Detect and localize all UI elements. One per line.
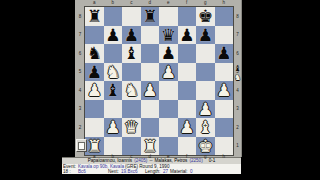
square-c4[interactable]: ♞ — [122, 81, 141, 100]
square-h6[interactable]: ♟ — [215, 44, 234, 63]
square-h2[interactable] — [215, 118, 234, 137]
file-label-e: e — [159, 154, 178, 160]
square-d6[interactable] — [141, 44, 160, 63]
white-queen: ♛ — [124, 118, 139, 137]
square-h5[interactable] — [215, 63, 234, 82]
length-value: 27 — [163, 169, 168, 174]
square-d3[interactable] — [141, 100, 160, 119]
file-label-d: d — [141, 0, 160, 7]
file-label-f: f — [178, 0, 197, 7]
file-label-b: b — [104, 0, 123, 7]
black-pawn: ♟ — [124, 26, 139, 45]
rank-label-6: 6 — [76, 44, 84, 63]
next-label: Next: — [108, 169, 119, 174]
file-label-g: g — [196, 154, 215, 160]
rank-label-8: 8 — [234, 7, 241, 26]
square-e7[interactable]: ♛ — [159, 26, 178, 45]
chess-board: ♜♜♚♟♟♛♟♟♞♝♟♟♟♞♟♟♝♞♟♟♟♟♛♟♝♜♜♚ — [85, 7, 233, 155]
rank-label-7: 7 — [234, 26, 241, 45]
square-b8[interactable] — [104, 7, 123, 26]
square-b5[interactable]: ♞ — [104, 63, 123, 82]
square-f1[interactable] — [178, 137, 197, 156]
file-label-a: a — [85, 154, 104, 160]
square-h7[interactable] — [215, 26, 234, 45]
square-a2[interactable] — [85, 118, 104, 137]
square-e1[interactable] — [159, 137, 178, 156]
video-frame: abcdefgh 87654321 87654321 ♜♜♚♟♟♛♟♟♞♝♟♟♟… — [0, 0, 320, 180]
square-c7[interactable]: ♟ — [122, 26, 141, 45]
rank-label-7: 7 — [76, 26, 84, 45]
black-pawn: ♟ — [179, 26, 194, 45]
white-pawn: ♟ — [142, 81, 157, 100]
square-a5[interactable]: ♟ — [85, 63, 104, 82]
square-b3[interactable] — [104, 100, 123, 119]
square-d8[interactable]: ♜ — [141, 7, 160, 26]
file-labels-top: abcdefgh — [85, 0, 233, 7]
square-f2[interactable]: ♟ — [178, 118, 197, 137]
white-bishop: ♝ — [198, 118, 213, 137]
square-g8[interactable]: ♚ — [196, 7, 215, 26]
black-pawn: ♟ — [198, 26, 213, 45]
file-label-c: c — [122, 154, 141, 160]
file-label-d: d — [141, 154, 160, 160]
rank-label-3: 3 — [76, 100, 84, 119]
square-f7[interactable]: ♟ — [178, 26, 197, 45]
rank-label-6: 6 — [234, 44, 241, 63]
black-rook: ♜ — [87, 7, 102, 26]
square-g4[interactable] — [196, 81, 215, 100]
square-d4[interactable]: ♟ — [141, 81, 160, 100]
white-pawn: ♟ — [198, 100, 213, 119]
rank-label-4: 4 — [76, 81, 84, 100]
square-a6[interactable]: ♞ — [85, 44, 104, 63]
square-g2[interactable]: ♝ — [196, 118, 215, 137]
square-f5[interactable] — [178, 63, 197, 82]
black-pawn: ♟ — [161, 44, 176, 63]
white-pawn: ♟ — [87, 81, 102, 100]
white-knight: ♞ — [124, 81, 139, 100]
white-knight-icon: ♞ — [234, 73, 241, 82]
side-to-move-indicator[interactable] — [76, 139, 87, 152]
square-d7[interactable] — [141, 26, 160, 45]
white-king: ♚ — [198, 137, 213, 156]
square-a3[interactable] — [85, 100, 104, 119]
square-d2[interactable] — [141, 118, 160, 137]
square-c8[interactable] — [122, 7, 141, 26]
square-g7[interactable]: ♟ — [196, 26, 215, 45]
rank-label-5: 5 — [76, 63, 84, 82]
square-h3[interactable] — [215, 100, 234, 119]
square-b2[interactable]: ♟ — [104, 118, 123, 137]
square-e5[interactable]: ♟ — [159, 63, 178, 82]
rank-label-8: 8 — [76, 7, 84, 26]
move-number: 18 : — [63, 169, 71, 174]
file-label-f: f — [178, 154, 197, 160]
square-c2[interactable]: ♛ — [122, 118, 141, 137]
square-a1[interactable]: ♜ — [85, 137, 104, 156]
square-b4[interactable]: ♝ — [104, 81, 123, 100]
square-c5[interactable] — [122, 63, 141, 82]
square-e4[interactable] — [159, 81, 178, 100]
square-b6[interactable] — [104, 44, 123, 63]
square-a4[interactable]: ♟ — [85, 81, 104, 100]
file-label-g: g — [196, 0, 215, 7]
rank-label-2: 2 — [76, 118, 84, 137]
square-h4[interactable]: ♟ — [215, 81, 234, 100]
file-label-e: e — [159, 0, 178, 7]
square-d5[interactable] — [141, 63, 160, 82]
length-label: Length: — [145, 169, 160, 174]
white-pawn: ♟ — [179, 118, 194, 137]
square-b1[interactable] — [104, 137, 123, 156]
square-h8[interactable] — [215, 7, 234, 26]
square-f8[interactable] — [178, 7, 197, 26]
white-knight: ♞ — [105, 63, 120, 82]
square-f4[interactable] — [178, 81, 197, 100]
white-pawn: ♟ — [216, 81, 231, 100]
white-to-move-icon — [78, 142, 85, 150]
square-g1[interactable]: ♚ — [196, 137, 215, 156]
black-rook: ♜ — [142, 7, 157, 26]
square-f6[interactable] — [178, 44, 197, 63]
square-c3[interactable] — [122, 100, 141, 119]
black-knight: ♞ — [87, 44, 102, 63]
material-tray: ♝ ♞ — [234, 64, 242, 84]
square-g5[interactable] — [196, 63, 215, 82]
square-e2[interactable] — [159, 118, 178, 137]
black-king: ♚ — [198, 7, 213, 26]
square-e6[interactable]: ♟ — [159, 44, 178, 63]
last-move: Bc6 — [78, 169, 86, 174]
square-g6[interactable] — [196, 44, 215, 63]
black-bishop-icon: ♝ — [234, 64, 241, 73]
white-pawn: ♟ — [105, 118, 120, 137]
rank-labels-left: 87654321 — [76, 7, 84, 155]
black-pawn: ♟ — [105, 26, 120, 45]
square-c6[interactable]: ♝ — [122, 44, 141, 63]
file-labels-bottom: abcdefgh — [85, 154, 233, 159]
black-bishop: ♝ — [105, 81, 120, 100]
white-rook: ♜ — [87, 137, 102, 156]
file-label-a: a — [85, 0, 104, 7]
rank-label-1: 1 — [234, 137, 241, 156]
file-label-b: b — [104, 154, 123, 160]
black-queen: ♛ — [161, 26, 176, 45]
square-f3[interactable] — [178, 100, 197, 119]
square-e3[interactable] — [159, 100, 178, 119]
square-b7[interactable]: ♟ — [104, 26, 123, 45]
white-rook: ♜ — [142, 137, 157, 156]
square-e8[interactable] — [159, 7, 178, 26]
square-g3[interactable]: ♟ — [196, 100, 215, 119]
material-value: 0 — [190, 169, 193, 174]
rank-label-2: 2 — [234, 118, 241, 137]
material-label: Material: — [170, 169, 188, 174]
black-pawn: ♟ — [216, 44, 231, 63]
square-c1[interactable] — [122, 137, 141, 156]
square-d1[interactable]: ♜ — [141, 137, 160, 156]
move-info-row: 18 : Bc6 Next: 19.Bxc6 Length: 27 Materi… — [62, 169, 241, 174]
black-bishop: ♝ — [124, 44, 139, 63]
file-label-h: h — [215, 154, 234, 160]
square-h1[interactable] — [215, 137, 234, 156]
black-pawn: ♟ — [87, 63, 102, 82]
white-pawn: ♟ — [161, 63, 176, 82]
next-move: 19.Bxc6 — [121, 169, 138, 174]
square-a7[interactable] — [85, 26, 104, 45]
file-label-c: c — [122, 0, 141, 7]
rank-label-3: 3 — [234, 100, 241, 119]
file-label-h: h — [215, 0, 234, 7]
square-a8[interactable]: ♜ — [85, 7, 104, 26]
